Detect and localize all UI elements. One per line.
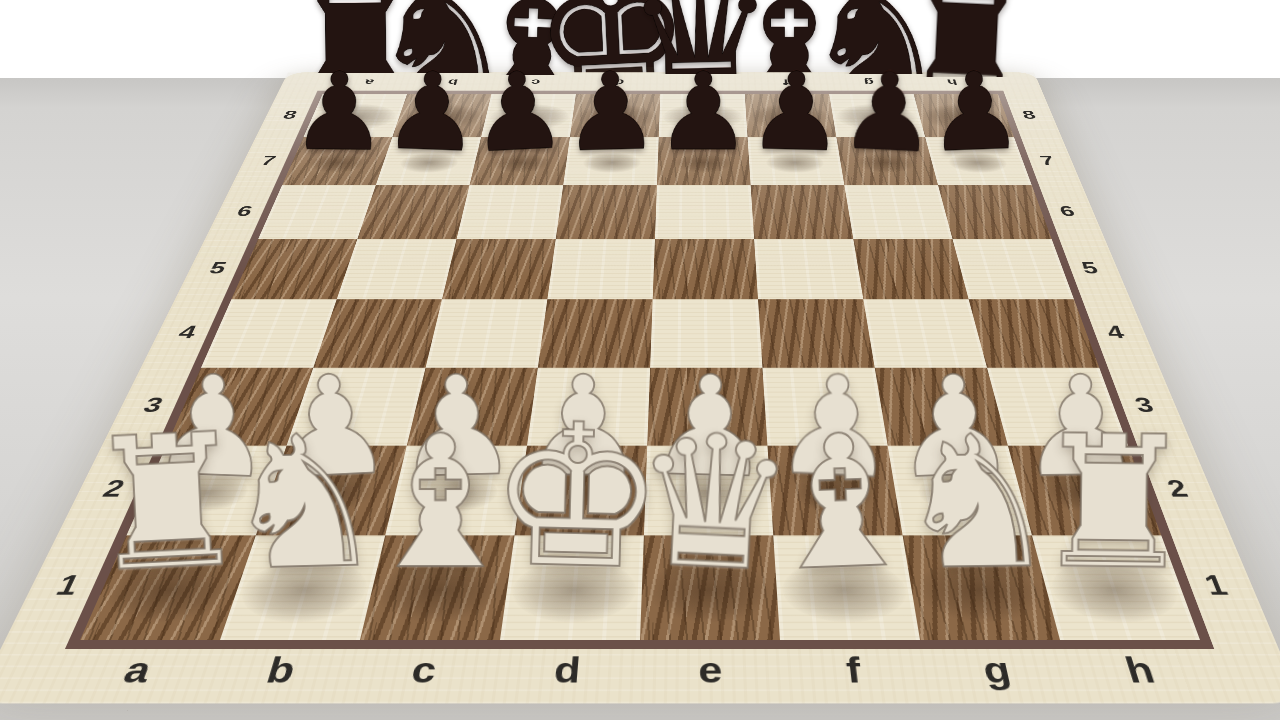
scene: aabbccddeeffgghh1122334455667788 ♜♞♝♚♛♝♞… xyxy=(0,0,1280,720)
piece-black-pawn-h7[interactable]: ♟ xyxy=(876,55,1075,170)
piece-white-rook-h1[interactable]: ♜ xyxy=(968,411,1258,597)
